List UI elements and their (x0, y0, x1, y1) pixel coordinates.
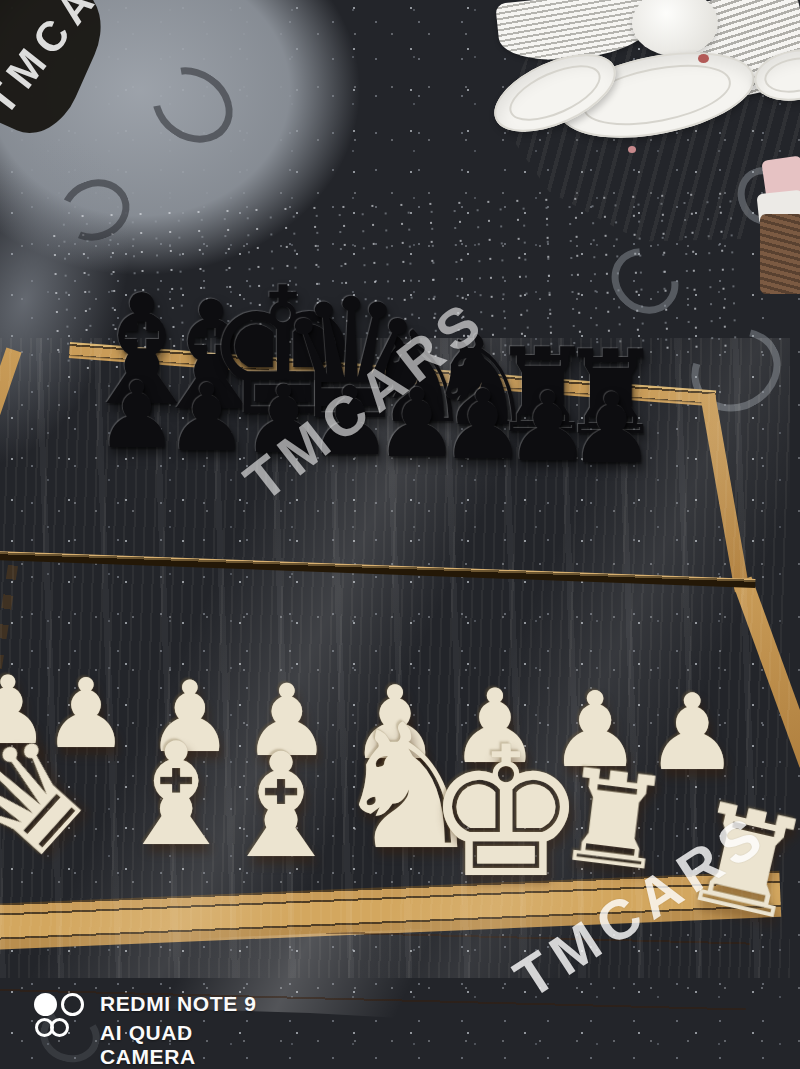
redmi-logo-infinity-icon (50, 1018, 69, 1037)
photo-stage: ♝♝♚♛♞♞♜♜♟♟♟♟♟♟♟♟♟♟♟♟♟♟♟♟♛♝♝♞♚♜♜ TMCARSTM… (0, 0, 800, 1069)
white-rook[interactable]: ♜ (670, 781, 800, 943)
camera-mode-text: AI QUAD CAMERA (100, 1021, 294, 1069)
white-bishop[interactable]: ♝ (216, 734, 345, 878)
device-name-text: REDMI NOTE 9 (100, 992, 257, 1016)
camera-watermark: REDMI NOTE 9 AI QUAD CAMERA (34, 991, 294, 1061)
redmi-logo-outline-circle-icon (61, 993, 84, 1016)
pieces-layer: ♝♝♚♛♞♞♜♜♟♟♟♟♟♟♟♟♟♟♟♟♟♟♟♟♛♝♝♞♚♜♜ (0, 0, 800, 1069)
redmi-logo-filled-circle-icon (34, 993, 57, 1016)
black-pawn[interactable]: ♟ (165, 372, 248, 465)
black-pawn[interactable]: ♟ (569, 380, 656, 477)
white-king[interactable]: ♚ (425, 723, 586, 903)
